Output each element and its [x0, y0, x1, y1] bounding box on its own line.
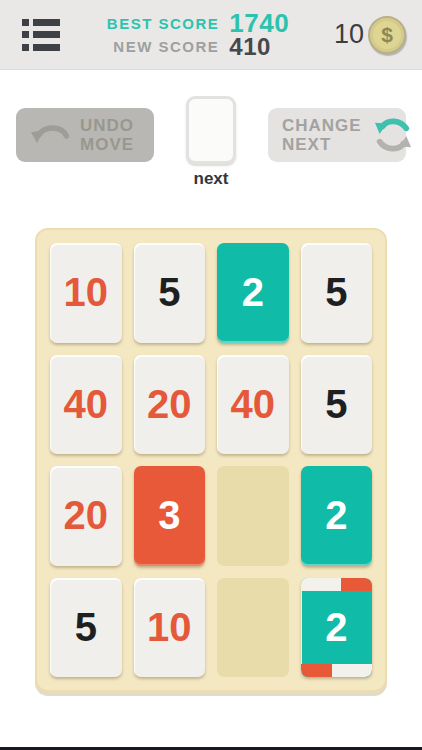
card-40[interactable]: 40 — [50, 355, 122, 455]
card-20[interactable]: 20 — [50, 466, 122, 566]
card-10[interactable]: 10 — [134, 578, 206, 678]
change-next-button[interactable]: CHANGE NEXT — [268, 108, 406, 162]
board[interactable]: 10525402040520325102 — [50, 243, 372, 677]
coin-icon: $ — [368, 16, 406, 54]
card-3[interactable]: 3 — [134, 466, 206, 566]
coin-count: 10 — [334, 19, 364, 50]
card-5[interactable]: 5 — [301, 355, 373, 455]
coin-counter[interactable]: 10 $ — [334, 16, 406, 54]
card-20[interactable]: 20 — [134, 355, 206, 455]
board-panel: 10525402040520325102 — [35, 228, 387, 692]
toolbar: UNDO MOVE next CHANGE NEXT — [0, 96, 422, 192]
next-card — [186, 96, 236, 164]
new-score-label: NEW SCORE — [107, 35, 220, 58]
undo-move-button[interactable]: UNDO MOVE — [16, 108, 154, 162]
best-score-label: BEST SCORE — [107, 12, 220, 35]
card-2[interactable]: 2 — [301, 466, 373, 566]
best-score-value: 1740 — [229, 12, 289, 35]
card-5[interactable]: 5 — [134, 243, 206, 343]
card-2[interactable]: 2 — [301, 578, 373, 678]
card-2[interactable]: 2 — [217, 243, 289, 343]
new-score-value: 410 — [229, 35, 289, 58]
swap-arrows-icon — [372, 116, 414, 154]
card-5[interactable]: 5 — [301, 243, 373, 343]
card-5[interactable]: 5 — [50, 578, 122, 678]
menu-icon — [22, 19, 62, 26]
empty-cell — [217, 578, 289, 678]
empty-cell — [217, 466, 289, 566]
card-10[interactable]: 10 — [50, 243, 122, 343]
next-card-preview: next — [186, 96, 236, 189]
card-40[interactable]: 40 — [217, 355, 289, 455]
score-panel: BEST SCORE NEW SCORE 1740 410 — [62, 12, 334, 58]
header-bar: BEST SCORE NEW SCORE 1740 410 10 $ — [0, 0, 422, 70]
next-card-label: next — [194, 169, 229, 189]
change-next-button-label: CHANGE NEXT — [282, 116, 362, 154]
undo-arrow-icon — [30, 120, 70, 150]
undo-button-label: UNDO MOVE — [80, 116, 134, 154]
menu-button[interactable] — [22, 19, 62, 51]
